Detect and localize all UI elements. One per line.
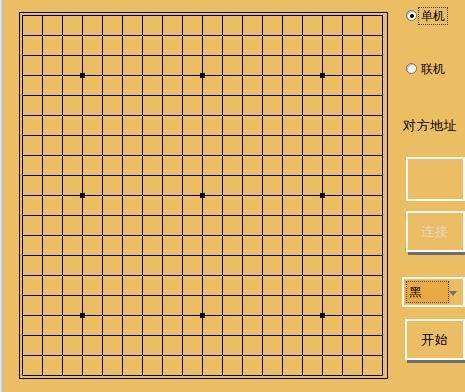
board-cell[interactable] bbox=[262, 15, 282, 35]
board-cell[interactable] bbox=[142, 275, 162, 295]
board-cell[interactable] bbox=[362, 275, 382, 295]
board-cell[interactable] bbox=[342, 135, 362, 155]
board-cell[interactable] bbox=[102, 35, 122, 55]
board-cell[interactable] bbox=[222, 295, 242, 315]
board-cell[interactable] bbox=[302, 15, 322, 35]
board-cell[interactable] bbox=[362, 235, 382, 255]
board-cell[interactable] bbox=[202, 315, 222, 335]
board-cell[interactable] bbox=[202, 35, 222, 55]
board-cell[interactable] bbox=[162, 75, 182, 95]
board-cell[interactable] bbox=[182, 135, 202, 155]
board-cell[interactable] bbox=[62, 135, 82, 155]
board-cell[interactable] bbox=[302, 355, 322, 375]
board-cell[interactable] bbox=[202, 135, 222, 155]
board-cell[interactable] bbox=[122, 95, 142, 115]
board-cell[interactable] bbox=[222, 95, 242, 115]
board-cell[interactable] bbox=[322, 195, 342, 215]
board-cell[interactable] bbox=[142, 215, 162, 235]
board-cell[interactable] bbox=[82, 15, 102, 35]
board-cell[interactable] bbox=[222, 75, 242, 95]
radio-network[interactable] bbox=[406, 63, 417, 74]
board-cell[interactable] bbox=[122, 255, 142, 275]
board-cell[interactable] bbox=[42, 235, 62, 255]
board-cell[interactable] bbox=[22, 115, 42, 135]
board-cell[interactable] bbox=[322, 75, 342, 95]
stone-color-select[interactable]: 黑 bbox=[402, 277, 465, 307]
board-cell[interactable] bbox=[242, 335, 262, 355]
board-cell[interactable] bbox=[242, 195, 262, 215]
board-cell[interactable] bbox=[242, 75, 262, 95]
board-cell[interactable] bbox=[302, 55, 322, 75]
board-cell[interactable] bbox=[242, 355, 262, 375]
board-cell[interactable] bbox=[162, 295, 182, 315]
board-cell[interactable] bbox=[22, 335, 42, 355]
board-cell[interactable] bbox=[182, 75, 202, 95]
board-cell[interactable] bbox=[122, 315, 142, 335]
board-cell[interactable] bbox=[182, 295, 202, 315]
board-cell[interactable] bbox=[102, 295, 122, 315]
board-cell[interactable] bbox=[362, 75, 382, 95]
board-cell[interactable] bbox=[342, 355, 362, 375]
board-cell[interactable] bbox=[322, 275, 342, 295]
board-cell[interactable] bbox=[222, 155, 242, 175]
board-cell[interactable] bbox=[342, 115, 362, 135]
board-cell[interactable] bbox=[62, 115, 82, 135]
board-cell[interactable] bbox=[262, 255, 282, 275]
board-cell[interactable] bbox=[342, 155, 362, 175]
board-cell[interactable] bbox=[282, 335, 302, 355]
go-board[interactable] bbox=[22, 15, 383, 376]
board-cell[interactable] bbox=[342, 275, 362, 295]
board-cell[interactable] bbox=[102, 215, 122, 235]
board-cell[interactable] bbox=[202, 115, 222, 135]
board-cell[interactable] bbox=[282, 15, 302, 35]
board-cell[interactable] bbox=[82, 155, 102, 175]
board-cell[interactable] bbox=[362, 335, 382, 355]
board-cell[interactable] bbox=[362, 35, 382, 55]
board-cell[interactable] bbox=[82, 315, 102, 335]
radio-single-machine[interactable] bbox=[406, 10, 417, 21]
board-cell[interactable] bbox=[242, 255, 262, 275]
board-cell[interactable] bbox=[282, 75, 302, 95]
board-cell[interactable] bbox=[282, 215, 302, 235]
board-cell[interactable] bbox=[162, 315, 182, 335]
board-cell[interactable] bbox=[22, 75, 42, 95]
board-cell[interactable] bbox=[62, 95, 82, 115]
opponent-address-input[interactable] bbox=[406, 157, 465, 201]
board-cell[interactable] bbox=[142, 335, 162, 355]
board-cell[interactable] bbox=[42, 215, 62, 235]
board-cell[interactable] bbox=[342, 15, 362, 35]
board-cell[interactable] bbox=[42, 255, 62, 275]
board-cell[interactable] bbox=[302, 275, 322, 295]
board-cell[interactable] bbox=[142, 15, 162, 35]
board-cell[interactable] bbox=[42, 195, 62, 215]
board-cell[interactable] bbox=[262, 335, 282, 355]
board-cell[interactable] bbox=[182, 355, 202, 375]
chevron-down-icon[interactable] bbox=[449, 291, 457, 296]
board-cell[interactable] bbox=[362, 315, 382, 335]
board-cell[interactable] bbox=[162, 15, 182, 35]
board-cell[interactable] bbox=[322, 215, 342, 235]
board-cell[interactable] bbox=[122, 275, 142, 295]
board-cell[interactable] bbox=[22, 215, 42, 235]
board-cell[interactable] bbox=[222, 115, 242, 135]
board-cell[interactable] bbox=[142, 135, 162, 155]
board-cell[interactable] bbox=[162, 115, 182, 135]
board-cell[interactable] bbox=[162, 355, 182, 375]
board-cell[interactable] bbox=[282, 95, 302, 115]
board-cell[interactable] bbox=[22, 35, 42, 55]
board-cell[interactable] bbox=[302, 155, 322, 175]
board-cell[interactable] bbox=[102, 355, 122, 375]
board-cell[interactable] bbox=[42, 15, 62, 35]
board-cell[interactable] bbox=[282, 55, 302, 75]
board-cell[interactable] bbox=[282, 155, 302, 175]
board-cell[interactable] bbox=[142, 195, 162, 215]
board-cell[interactable] bbox=[162, 195, 182, 215]
board-cell[interactable] bbox=[102, 15, 122, 35]
board-cell[interactable] bbox=[62, 235, 82, 255]
board-cell[interactable] bbox=[62, 195, 82, 215]
board-cell[interactable] bbox=[162, 335, 182, 355]
start-button[interactable]: 开始 bbox=[405, 319, 465, 360]
board-cell[interactable] bbox=[62, 155, 82, 175]
board-cell[interactable] bbox=[362, 355, 382, 375]
board-cell[interactable] bbox=[282, 35, 302, 55]
board-cell[interactable] bbox=[62, 15, 82, 35]
board-cell[interactable] bbox=[262, 195, 282, 215]
board-cell[interactable] bbox=[262, 175, 282, 195]
board-cell[interactable] bbox=[162, 255, 182, 275]
board-cell[interactable] bbox=[22, 155, 42, 175]
board-cell[interactable] bbox=[82, 35, 102, 55]
board-cell[interactable] bbox=[202, 215, 222, 235]
board-cell[interactable] bbox=[122, 35, 142, 55]
board-cell[interactable] bbox=[282, 355, 302, 375]
board-cell[interactable] bbox=[202, 275, 222, 295]
board-cell[interactable] bbox=[122, 55, 142, 75]
board-cell[interactable] bbox=[262, 275, 282, 295]
board-cell[interactable] bbox=[122, 195, 142, 215]
board-cell[interactable] bbox=[142, 175, 162, 195]
board-cell[interactable] bbox=[182, 335, 202, 355]
board-cell[interactable] bbox=[182, 155, 202, 175]
board-cell[interactable] bbox=[182, 15, 202, 35]
board-cell[interactable] bbox=[62, 35, 82, 55]
board-cell[interactable] bbox=[222, 35, 242, 55]
board-cell[interactable] bbox=[82, 55, 102, 75]
board-cell[interactable] bbox=[242, 155, 262, 175]
board-cell[interactable] bbox=[82, 235, 102, 255]
board-cell[interactable] bbox=[322, 35, 342, 55]
board-cell[interactable] bbox=[202, 255, 222, 275]
board-cell[interactable] bbox=[42, 135, 62, 155]
board-cell[interactable] bbox=[162, 215, 182, 235]
board-cell[interactable] bbox=[102, 75, 122, 95]
board-cell[interactable] bbox=[322, 135, 342, 155]
board-cell[interactable] bbox=[222, 275, 242, 295]
board-cell[interactable] bbox=[122, 115, 142, 135]
board-cell[interactable] bbox=[82, 195, 102, 215]
board-cell[interactable] bbox=[182, 315, 202, 335]
connect-button[interactable]: 连接 bbox=[406, 211, 465, 252]
board-cell[interactable] bbox=[82, 295, 102, 315]
board-cell[interactable] bbox=[62, 275, 82, 295]
board-cell[interactable] bbox=[362, 155, 382, 175]
board-cell[interactable] bbox=[102, 195, 122, 215]
board-cell[interactable] bbox=[302, 235, 322, 255]
board-cell[interactable] bbox=[102, 315, 122, 335]
board-cell[interactable] bbox=[162, 35, 182, 55]
board-cell[interactable] bbox=[222, 175, 242, 195]
board-cell[interactable] bbox=[342, 295, 362, 315]
board-cell[interactable] bbox=[42, 315, 62, 335]
board-cell[interactable] bbox=[82, 215, 102, 235]
board-cell[interactable] bbox=[282, 175, 302, 195]
board-cell[interactable] bbox=[222, 195, 242, 215]
board-cell[interactable] bbox=[322, 15, 342, 35]
board-cell[interactable] bbox=[142, 55, 162, 75]
board-cell[interactable] bbox=[22, 255, 42, 275]
board-cell[interactable] bbox=[22, 95, 42, 115]
board-cell[interactable] bbox=[302, 255, 322, 275]
board-cell[interactable] bbox=[182, 255, 202, 275]
board-cell[interactable] bbox=[162, 95, 182, 115]
board-cell[interactable] bbox=[102, 275, 122, 295]
board-cell[interactable] bbox=[62, 55, 82, 75]
board-cell[interactable] bbox=[182, 235, 202, 255]
board-cell[interactable] bbox=[182, 115, 202, 135]
board-cell[interactable] bbox=[222, 235, 242, 255]
board-cell[interactable] bbox=[182, 95, 202, 115]
board-cell[interactable] bbox=[22, 175, 42, 195]
board-cell[interactable] bbox=[322, 355, 342, 375]
board-cell[interactable] bbox=[82, 135, 102, 155]
board-cell[interactable] bbox=[42, 155, 62, 175]
board-cell[interactable] bbox=[62, 355, 82, 375]
board-cell[interactable] bbox=[202, 15, 222, 35]
board-cell[interactable] bbox=[202, 195, 222, 215]
board-cell[interactable] bbox=[122, 295, 142, 315]
board-cell[interactable] bbox=[302, 95, 322, 115]
board-cell[interactable] bbox=[182, 175, 202, 195]
board-cell[interactable] bbox=[62, 175, 82, 195]
board-cell[interactable] bbox=[282, 195, 302, 215]
board-cell[interactable] bbox=[302, 75, 322, 95]
board-cell[interactable] bbox=[322, 235, 342, 255]
board-cell[interactable] bbox=[202, 155, 222, 175]
board-cell[interactable] bbox=[42, 55, 62, 75]
board-cell[interactable] bbox=[262, 115, 282, 135]
board-cell[interactable] bbox=[242, 215, 262, 235]
board-cell[interactable] bbox=[322, 55, 342, 75]
board-cell[interactable] bbox=[102, 95, 122, 115]
board-cell[interactable] bbox=[102, 175, 122, 195]
board-cell[interactable] bbox=[362, 255, 382, 275]
board-cell[interactable] bbox=[322, 335, 342, 355]
board-cell[interactable] bbox=[122, 215, 142, 235]
board-cell[interactable] bbox=[222, 355, 242, 375]
board-cell[interactable] bbox=[322, 315, 342, 335]
board-cell[interactable] bbox=[122, 75, 142, 95]
board-cell[interactable] bbox=[22, 355, 42, 375]
board-cell[interactable] bbox=[262, 135, 282, 155]
board-cell[interactable] bbox=[282, 255, 302, 275]
board-cell[interactable] bbox=[82, 75, 102, 95]
board-cell[interactable] bbox=[362, 135, 382, 155]
board-cell[interactable] bbox=[82, 115, 102, 135]
board-cell[interactable] bbox=[22, 135, 42, 155]
board-cell[interactable] bbox=[362, 95, 382, 115]
board-cell[interactable] bbox=[122, 355, 142, 375]
board-cell[interactable] bbox=[22, 55, 42, 75]
board-cell[interactable] bbox=[282, 295, 302, 315]
board-cell[interactable] bbox=[262, 215, 282, 235]
board-cell[interactable] bbox=[22, 315, 42, 335]
board-cell[interactable] bbox=[282, 115, 302, 135]
board-cell[interactable] bbox=[182, 215, 202, 235]
board-cell[interactable] bbox=[322, 155, 342, 175]
board-cell[interactable] bbox=[262, 155, 282, 175]
board-cell[interactable] bbox=[242, 55, 262, 75]
board-cell[interactable] bbox=[302, 195, 322, 215]
board-cell[interactable] bbox=[362, 175, 382, 195]
board-cell[interactable] bbox=[22, 295, 42, 315]
board-cell[interactable] bbox=[362, 195, 382, 215]
board-cell[interactable] bbox=[342, 75, 362, 95]
board-cell[interactable] bbox=[262, 95, 282, 115]
board-cell[interactable] bbox=[242, 95, 262, 115]
board-cell[interactable] bbox=[262, 355, 282, 375]
board-cell[interactable] bbox=[42, 355, 62, 375]
board-cell[interactable] bbox=[102, 335, 122, 355]
board-cell[interactable] bbox=[282, 135, 302, 155]
board-cell[interactable] bbox=[102, 235, 122, 255]
board-cell[interactable] bbox=[62, 295, 82, 315]
board-cell[interactable] bbox=[102, 255, 122, 275]
board-cell[interactable] bbox=[342, 195, 362, 215]
board-cell[interactable] bbox=[222, 215, 242, 235]
board-cell[interactable] bbox=[42, 95, 62, 115]
board-cell[interactable] bbox=[322, 175, 342, 195]
board-cell[interactable] bbox=[42, 35, 62, 55]
board-cell[interactable] bbox=[162, 135, 182, 155]
board-cell[interactable] bbox=[342, 235, 362, 255]
board-cell[interactable] bbox=[322, 295, 342, 315]
board-cell[interactable] bbox=[242, 135, 262, 155]
board-cell[interactable] bbox=[102, 135, 122, 155]
board-cell[interactable] bbox=[202, 95, 222, 115]
board-cell[interactable] bbox=[302, 335, 322, 355]
board-cell[interactable] bbox=[302, 295, 322, 315]
board-cell[interactable] bbox=[142, 255, 162, 275]
board-cell[interactable] bbox=[242, 295, 262, 315]
board-cell[interactable] bbox=[22, 275, 42, 295]
board-cell[interactable] bbox=[102, 115, 122, 135]
board-cell[interactable] bbox=[222, 55, 242, 75]
board-cell[interactable] bbox=[182, 195, 202, 215]
board-cell[interactable] bbox=[302, 115, 322, 135]
board-cell[interactable] bbox=[342, 335, 362, 355]
board-cell[interactable] bbox=[162, 235, 182, 255]
board-cell[interactable] bbox=[162, 175, 182, 195]
board-cell[interactable] bbox=[302, 135, 322, 155]
board-cell[interactable] bbox=[282, 275, 302, 295]
board-cell[interactable] bbox=[122, 175, 142, 195]
board-cell[interactable] bbox=[342, 95, 362, 115]
board-cell[interactable] bbox=[142, 95, 162, 115]
board-cell[interactable] bbox=[162, 155, 182, 175]
board-cell[interactable] bbox=[242, 275, 262, 295]
board-cell[interactable] bbox=[202, 235, 222, 255]
board-cell[interactable] bbox=[222, 135, 242, 155]
board-cell[interactable] bbox=[62, 75, 82, 95]
board-cell[interactable] bbox=[122, 135, 142, 155]
board-cell[interactable] bbox=[302, 175, 322, 195]
board-cell[interactable] bbox=[142, 315, 162, 335]
board-cell[interactable] bbox=[182, 55, 202, 75]
board-cell[interactable] bbox=[242, 175, 262, 195]
board-cell[interactable] bbox=[242, 115, 262, 135]
board-cell[interactable] bbox=[342, 35, 362, 55]
board-cell[interactable] bbox=[42, 175, 62, 195]
board-cell[interactable] bbox=[362, 115, 382, 135]
board-cell[interactable] bbox=[222, 255, 242, 275]
board-cell[interactable] bbox=[82, 255, 102, 275]
board-cell[interactable] bbox=[202, 295, 222, 315]
board-cell[interactable] bbox=[182, 275, 202, 295]
board-cell[interactable] bbox=[142, 115, 162, 135]
board-cell[interactable] bbox=[242, 315, 262, 335]
board-cell[interactable] bbox=[142, 35, 162, 55]
board-cell[interactable] bbox=[202, 355, 222, 375]
board-cell[interactable] bbox=[222, 15, 242, 35]
board-cell[interactable] bbox=[62, 315, 82, 335]
board-cell[interactable] bbox=[202, 335, 222, 355]
board-cell[interactable] bbox=[162, 275, 182, 295]
board-cell[interactable] bbox=[82, 335, 102, 355]
board-cell[interactable] bbox=[22, 15, 42, 35]
board-cell[interactable] bbox=[262, 35, 282, 55]
board-cell[interactable] bbox=[122, 235, 142, 255]
board-cell[interactable] bbox=[262, 235, 282, 255]
board-cell[interactable] bbox=[122, 15, 142, 35]
board-cell[interactable] bbox=[82, 355, 102, 375]
board-cell[interactable] bbox=[22, 195, 42, 215]
board-cell[interactable] bbox=[362, 215, 382, 235]
board-cell[interactable] bbox=[322, 95, 342, 115]
board-cell[interactable] bbox=[82, 95, 102, 115]
board-cell[interactable] bbox=[302, 35, 322, 55]
board-cell[interactable] bbox=[142, 355, 162, 375]
board-cell[interactable] bbox=[342, 215, 362, 235]
board-cell[interactable] bbox=[42, 75, 62, 95]
board-cell[interactable] bbox=[102, 55, 122, 75]
board-cell[interactable] bbox=[342, 255, 362, 275]
board-cell[interactable] bbox=[202, 55, 222, 75]
board-cell[interactable] bbox=[342, 315, 362, 335]
board-cell[interactable] bbox=[42, 335, 62, 355]
board-cell[interactable] bbox=[282, 235, 302, 255]
board-cell[interactable] bbox=[302, 215, 322, 235]
board-cell[interactable] bbox=[242, 15, 262, 35]
board-cell[interactable] bbox=[202, 175, 222, 195]
radio-single-machine-label[interactable]: 单机 bbox=[419, 8, 447, 24]
board-cell[interactable] bbox=[22, 235, 42, 255]
board-cell[interactable] bbox=[202, 75, 222, 95]
board-cell[interactable] bbox=[142, 75, 162, 95]
